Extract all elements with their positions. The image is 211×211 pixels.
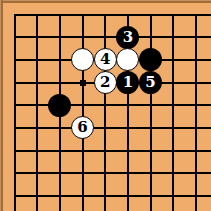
go-stone-white <box>116 48 139 71</box>
grid-line-vertical <box>104 14 106 211</box>
grid-line-horizontal <box>14 36 211 38</box>
go-stone-black <box>48 94 71 117</box>
grid-line-horizontal <box>14 127 211 129</box>
go-stone-black: 5 <box>139 71 162 94</box>
grid-line-vertical <box>195 14 197 211</box>
grid-line-vertical <box>150 14 152 211</box>
go-stone-white: 4 <box>94 48 117 71</box>
star-point <box>80 80 86 86</box>
grid-line-horizontal <box>14 150 211 152</box>
go-board: 342156 <box>0 0 211 211</box>
go-stone-white: 6 <box>71 116 94 139</box>
go-stone-white: 2 <box>94 71 117 94</box>
board-frame-top <box>0 0 211 3</box>
grid-line-horizontal <box>14 14 211 16</box>
grid-line-horizontal <box>14 104 211 106</box>
grid-line-vertical <box>82 14 84 211</box>
board-frame-left <box>0 0 3 211</box>
go-stone-black: 3 <box>116 26 139 49</box>
grid-line-vertical <box>172 14 174 211</box>
grid-line-horizontal <box>14 195 211 197</box>
go-stone-black <box>139 48 162 71</box>
grid-line-horizontal <box>14 172 211 174</box>
grid-line-vertical <box>36 14 38 211</box>
go-stone-black: 1 <box>116 71 139 94</box>
go-stone-white <box>71 48 94 71</box>
grid-line-vertical <box>14 14 16 211</box>
